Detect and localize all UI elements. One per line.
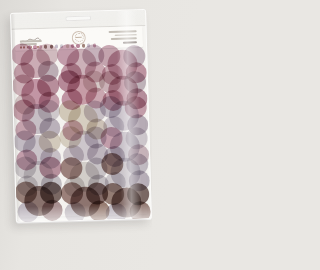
price-text-mark <box>123 41 137 43</box>
photo-scene <box>0 0 152 270</box>
header-card <box>15 26 144 51</box>
small-print-line <box>109 30 137 32</box>
swatch-dot <box>76 44 79 47</box>
euro-hang-hole <box>65 16 91 22</box>
sticker-package <box>10 9 152 223</box>
round-stamp-logo <box>72 30 86 44</box>
small-print-line <box>115 34 137 36</box>
sticker-sheet <box>15 48 148 218</box>
small-print-line <box>111 37 137 39</box>
plastic-bag <box>10 9 152 223</box>
